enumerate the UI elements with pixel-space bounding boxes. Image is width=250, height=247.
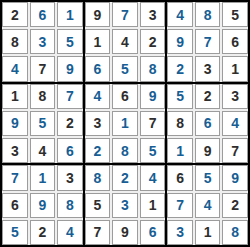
cell-r1c6[interactable]: 3 (140, 2, 166, 27)
cell-r7c6[interactable]: 4 (140, 165, 166, 190)
cell-r2c9[interactable]: 6 (222, 29, 248, 54)
cell-r2c3[interactable]: 5 (57, 29, 83, 54)
cell-r8c3[interactable]: 8 (57, 193, 83, 218)
cell-r3c9[interactable]: 1 (222, 56, 248, 81)
cell-r7c2[interactable]: 1 (30, 165, 56, 190)
cell-r6c9[interactable]: 7 (222, 138, 248, 163)
box-1: 261835479 (2, 2, 83, 82)
sudoku-board-wrap: 2618354799731426584859762311879523464693… (0, 0, 250, 247)
cell-r9c7[interactable]: 3 (167, 220, 193, 245)
cell-r1c5[interactable]: 7 (112, 2, 138, 27)
cell-r7c7[interactable]: 6 (167, 165, 193, 190)
cell-r9c2[interactable]: 2 (30, 220, 56, 245)
cell-r3c5[interactable]: 5 (112, 56, 138, 81)
cell-r4c6[interactable]: 9 (140, 84, 166, 109)
cell-r2c7[interactable]: 9 (167, 29, 193, 54)
cell-r8c1[interactable]: 6 (2, 193, 28, 218)
cell-r1c2[interactable]: 6 (30, 2, 56, 27)
cell-r8c6[interactable]: 1 (140, 193, 166, 218)
cell-r3c1[interactable]: 4 (2, 56, 28, 81)
cell-r1c1[interactable]: 2 (2, 2, 28, 27)
box-8: 824531796 (85, 165, 166, 245)
cell-r9c4[interactable]: 7 (85, 220, 111, 245)
cell-r6c7[interactable]: 1 (167, 138, 193, 163)
box-9: 659742318 (167, 165, 248, 245)
cell-r4c8[interactable]: 2 (195, 84, 221, 109)
cell-r5c6[interactable]: 7 (140, 111, 166, 136)
cell-r1c8[interactable]: 8 (195, 2, 221, 27)
cell-r1c7[interactable]: 4 (167, 2, 193, 27)
cell-r4c2[interactable]: 8 (30, 84, 56, 109)
cell-r7c3[interactable]: 3 (57, 165, 83, 190)
cell-r6c8[interactable]: 9 (195, 138, 221, 163)
cell-r5c5[interactable]: 1 (112, 111, 138, 136)
cell-r6c2[interactable]: 4 (30, 138, 56, 163)
cell-r3c2[interactable]: 7 (30, 56, 56, 81)
cell-r6c6[interactable]: 5 (140, 138, 166, 163)
cell-r7c9[interactable]: 9 (222, 165, 248, 190)
cell-r5c3[interactable]: 2 (57, 111, 83, 136)
cell-r2c1[interactable]: 8 (2, 29, 28, 54)
cell-r3c4[interactable]: 6 (85, 56, 111, 81)
cell-r2c2[interactable]: 3 (30, 29, 56, 54)
cell-r6c5[interactable]: 8 (112, 138, 138, 163)
cell-r1c4[interactable]: 9 (85, 2, 111, 27)
cell-r6c3[interactable]: 6 (57, 138, 83, 163)
cell-r4c4[interactable]: 4 (85, 84, 111, 109)
cell-r4c9[interactable]: 3 (222, 84, 248, 109)
cell-r3c7[interactable]: 2 (167, 56, 193, 81)
cell-r8c9[interactable]: 2 (222, 193, 248, 218)
box-2: 973142658 (85, 2, 166, 82)
box-5: 469317285 (85, 84, 166, 164)
cell-r9c3[interactable]: 4 (57, 220, 83, 245)
sudoku-board: 2618354799731426584859762311879523464693… (0, 0, 250, 247)
cell-r6c4[interactable]: 2 (85, 138, 111, 163)
cell-r5c7[interactable]: 8 (167, 111, 193, 136)
cell-r5c1[interactable]: 9 (2, 111, 28, 136)
cell-r8c5[interactable]: 3 (112, 193, 138, 218)
cell-r4c3[interactable]: 7 (57, 84, 83, 109)
cell-r8c2[interactable]: 9 (30, 193, 56, 218)
cell-r7c4[interactable]: 8 (85, 165, 111, 190)
cell-r8c8[interactable]: 4 (195, 193, 221, 218)
cell-r5c4[interactable]: 3 (85, 111, 111, 136)
cell-r1c9[interactable]: 5 (222, 2, 248, 27)
cell-r5c9[interactable]: 4 (222, 111, 248, 136)
cell-r9c6[interactable]: 6 (140, 220, 166, 245)
cell-r9c5[interactable]: 9 (112, 220, 138, 245)
box-7: 713698524 (2, 165, 83, 245)
cell-r2c4[interactable]: 1 (85, 29, 111, 54)
cell-r6c1[interactable]: 3 (2, 138, 28, 163)
cell-r9c1[interactable]: 5 (2, 220, 28, 245)
box-3: 485976231 (167, 2, 248, 82)
cell-r8c7[interactable]: 7 (167, 193, 193, 218)
cell-r3c3[interactable]: 9 (57, 56, 83, 81)
cell-r2c8[interactable]: 7 (195, 29, 221, 54)
cell-r4c1[interactable]: 1 (2, 84, 28, 109)
cell-r4c7[interactable]: 5 (167, 84, 193, 109)
cell-r3c6[interactable]: 8 (140, 56, 166, 81)
cell-r7c1[interactable]: 7 (2, 165, 28, 190)
cell-r2c6[interactable]: 2 (140, 29, 166, 54)
cell-r8c4[interactable]: 5 (85, 193, 111, 218)
cell-r9c9[interactable]: 8 (222, 220, 248, 245)
cell-r1c3[interactable]: 1 (57, 2, 83, 27)
box-4: 187952346 (2, 84, 83, 164)
cell-r4c5[interactable]: 6 (112, 84, 138, 109)
cell-r2c5[interactable]: 4 (112, 29, 138, 54)
box-6: 523864197 (167, 84, 248, 164)
cell-r5c8[interactable]: 6 (195, 111, 221, 136)
cell-r5c2[interactable]: 5 (30, 111, 56, 136)
cell-r7c8[interactable]: 5 (195, 165, 221, 190)
cell-r3c8[interactable]: 3 (195, 56, 221, 81)
cell-r9c8[interactable]: 1 (195, 220, 221, 245)
cell-r7c5[interactable]: 2 (112, 165, 138, 190)
